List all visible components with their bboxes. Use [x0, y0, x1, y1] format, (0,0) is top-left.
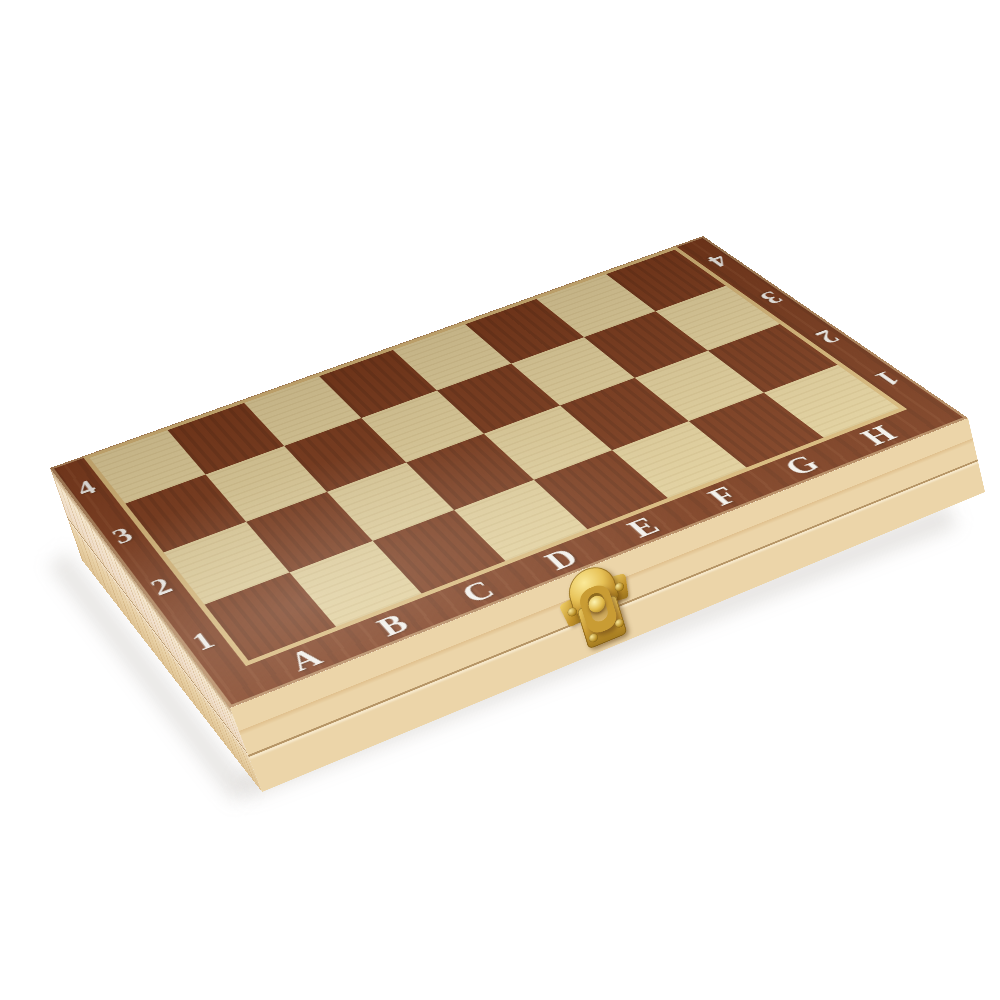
product-photo: ABCDEFGH 4321 4321 — [0, 0, 1000, 1000]
